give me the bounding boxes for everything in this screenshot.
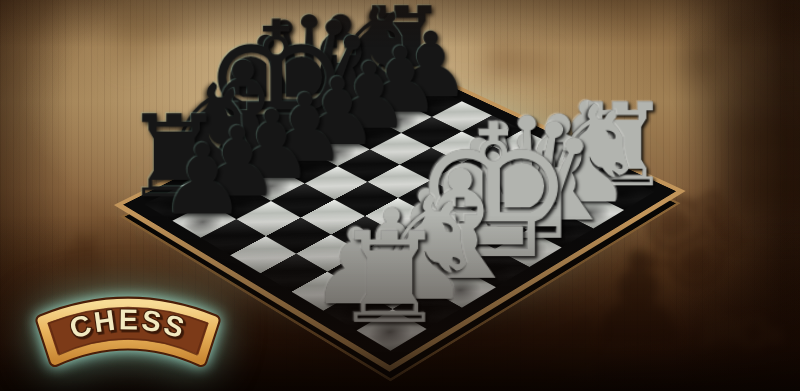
chess-logo[interactable]: CHESS: [28, 284, 228, 371]
piece-white-rook[interactable]: ♜: [333, 215, 446, 341]
piece-black-pawn[interactable]: ♟: [158, 131, 246, 229]
chess-app-banner: ♟ ♝ ♛ ♚ ♟ ♝ ♟ ♞ ♟ ♟ ♜♟♟♜♞♟♟♞♝♟♟♝♛♟♟♛♚♟♟♚…: [0, 0, 800, 391]
square-h1[interactable]: ♜: [357, 309, 427, 350]
